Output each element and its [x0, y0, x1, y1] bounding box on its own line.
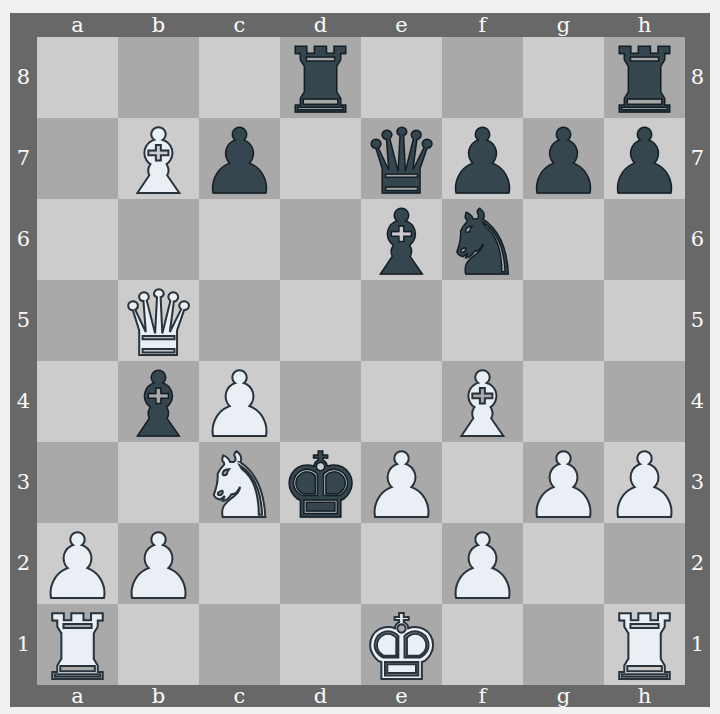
white-rook[interactable]: ♜: [604, 603, 685, 693]
square-a8[interactable]: [37, 37, 118, 118]
square-d6[interactable]: [280, 199, 361, 280]
rank-label-left-4: 4: [10, 361, 37, 442]
square-c1[interactable]: [199, 604, 280, 685]
frame-corner: [685, 685, 710, 707]
white-rook[interactable]: ♜: [37, 603, 118, 693]
square-e7[interactable]: ♛: [361, 118, 442, 199]
square-f4[interactable]: ♝: [442, 361, 523, 442]
square-b4[interactable]: ♝: [118, 361, 199, 442]
black-bishop[interactable]: ♝: [361, 198, 442, 288]
square-e4[interactable]: [361, 361, 442, 442]
square-a7[interactable]: [37, 118, 118, 199]
square-h6[interactable]: [604, 199, 685, 280]
square-g3[interactable]: ♟: [523, 442, 604, 523]
rank-label-right-1: 1: [685, 604, 710, 685]
file-label-top-f: f: [442, 13, 523, 37]
square-e6[interactable]: ♝: [361, 199, 442, 280]
frame-corner: [685, 13, 710, 37]
square-a1[interactable]: ♜: [37, 604, 118, 685]
square-b6[interactable]: [118, 199, 199, 280]
square-a3[interactable]: [37, 442, 118, 523]
file-label-top-e: e: [361, 13, 442, 37]
square-c7[interactable]: ♟: [199, 118, 280, 199]
file-label-top-b: b: [118, 13, 199, 37]
file-label-top-a: a: [37, 13, 118, 37]
rank-label-left-7: 7: [10, 118, 37, 199]
chess-board-frame: abcdefgh8♜♜87♝♟♛♟♟♟76♝♞65♛54♝♟♝43♞♚♟♟♟32…: [10, 13, 710, 707]
square-h7[interactable]: ♟: [604, 118, 685, 199]
frame-corner: [10, 13, 37, 37]
black-king[interactable]: ♚: [280, 441, 361, 531]
square-b5[interactable]: ♛: [118, 280, 199, 361]
rank-label-left-6: 6: [10, 199, 37, 280]
square-e3[interactable]: ♟: [361, 442, 442, 523]
square-h4[interactable]: [604, 361, 685, 442]
square-c8[interactable]: [199, 37, 280, 118]
square-f8[interactable]: [442, 37, 523, 118]
square-g4[interactable]: [523, 361, 604, 442]
rank-label-left-1: 1: [10, 604, 37, 685]
square-a6[interactable]: [37, 199, 118, 280]
square-c3[interactable]: ♞: [199, 442, 280, 523]
square-g7[interactable]: ♟: [523, 118, 604, 199]
rank-label-left-8: 8: [10, 37, 37, 118]
square-g1[interactable]: [523, 604, 604, 685]
black-pawn[interactable]: ♟: [199, 117, 280, 207]
file-label-bottom-f: f: [442, 685, 523, 707]
square-f7[interactable]: ♟: [442, 118, 523, 199]
white-pawn[interactable]: ♟: [442, 522, 523, 612]
square-h3[interactable]: ♟: [604, 442, 685, 523]
white-king[interactable]: ♚: [361, 603, 442, 693]
square-g2[interactable]: [523, 523, 604, 604]
square-c2[interactable]: [199, 523, 280, 604]
rank-label-right-4: 4: [685, 361, 710, 442]
rank-label-right-6: 6: [685, 199, 710, 280]
square-a4[interactable]: [37, 361, 118, 442]
square-g6[interactable]: [523, 199, 604, 280]
rank-label-right-8: 8: [685, 37, 710, 118]
square-a2[interactable]: ♟: [37, 523, 118, 604]
file-label-bottom-d: d: [280, 685, 361, 707]
black-pawn[interactable]: ♟: [523, 117, 604, 207]
white-pawn[interactable]: ♟: [604, 441, 685, 531]
square-g8[interactable]: [523, 37, 604, 118]
square-d5[interactable]: [280, 280, 361, 361]
file-label-top-c: c: [199, 13, 280, 37]
square-d1[interactable]: [280, 604, 361, 685]
square-b3[interactable]: [118, 442, 199, 523]
square-g5[interactable]: [523, 280, 604, 361]
square-e5[interactable]: [361, 280, 442, 361]
frame-corner: [10, 685, 37, 707]
rank-label-left-5: 5: [10, 280, 37, 361]
rank-label-right-5: 5: [685, 280, 710, 361]
square-d3[interactable]: ♚: [280, 442, 361, 523]
square-f5[interactable]: [442, 280, 523, 361]
rank-label-right-2: 2: [685, 523, 710, 604]
square-f3[interactable]: [442, 442, 523, 523]
square-d8[interactable]: ♜: [280, 37, 361, 118]
white-pawn[interactable]: ♟: [523, 441, 604, 531]
file-label-top-g: g: [523, 13, 604, 37]
white-pawn[interactable]: ♟: [118, 522, 199, 612]
square-e1[interactable]: ♚: [361, 604, 442, 685]
black-bishop[interactable]: ♝: [118, 360, 199, 450]
square-d4[interactable]: [280, 361, 361, 442]
square-c5[interactable]: [199, 280, 280, 361]
black-pawn[interactable]: ♟: [604, 117, 685, 207]
square-e2[interactable]: [361, 523, 442, 604]
square-e8[interactable]: [361, 37, 442, 118]
square-d7[interactable]: [280, 118, 361, 199]
square-c6[interactable]: [199, 199, 280, 280]
rank-label-right-7: 7: [685, 118, 710, 199]
square-c4[interactable]: ♟: [199, 361, 280, 442]
rank-label-left-2: 2: [10, 523, 37, 604]
square-b8[interactable]: [118, 37, 199, 118]
file-label-bottom-c: c: [199, 685, 280, 707]
black-knight[interactable]: ♞: [442, 198, 523, 288]
white-bishop[interactable]: ♝: [118, 117, 199, 207]
square-h1[interactable]: ♜: [604, 604, 685, 685]
square-d2[interactable]: [280, 523, 361, 604]
rank-label-left-3: 3: [10, 442, 37, 523]
square-a5[interactable]: [37, 280, 118, 361]
square-f2[interactable]: ♟: [442, 523, 523, 604]
square-b7[interactable]: ♝: [118, 118, 199, 199]
square-h2[interactable]: [604, 523, 685, 604]
file-label-bottom-g: g: [523, 685, 604, 707]
square-f1[interactable]: [442, 604, 523, 685]
square-b1[interactable]: [118, 604, 199, 685]
square-h5[interactable]: [604, 280, 685, 361]
white-knight[interactable]: ♞: [199, 441, 280, 531]
square-f6[interactable]: ♞: [442, 199, 523, 280]
rank-label-right-3: 3: [685, 442, 710, 523]
white-bishop[interactable]: ♝: [442, 360, 523, 450]
black-rook[interactable]: ♜: [280, 36, 361, 126]
file-label-bottom-b: b: [118, 685, 199, 707]
square-h8[interactable]: ♜: [604, 37, 685, 118]
square-b2[interactable]: ♟: [118, 523, 199, 604]
white-pawn[interactable]: ♟: [361, 441, 442, 531]
